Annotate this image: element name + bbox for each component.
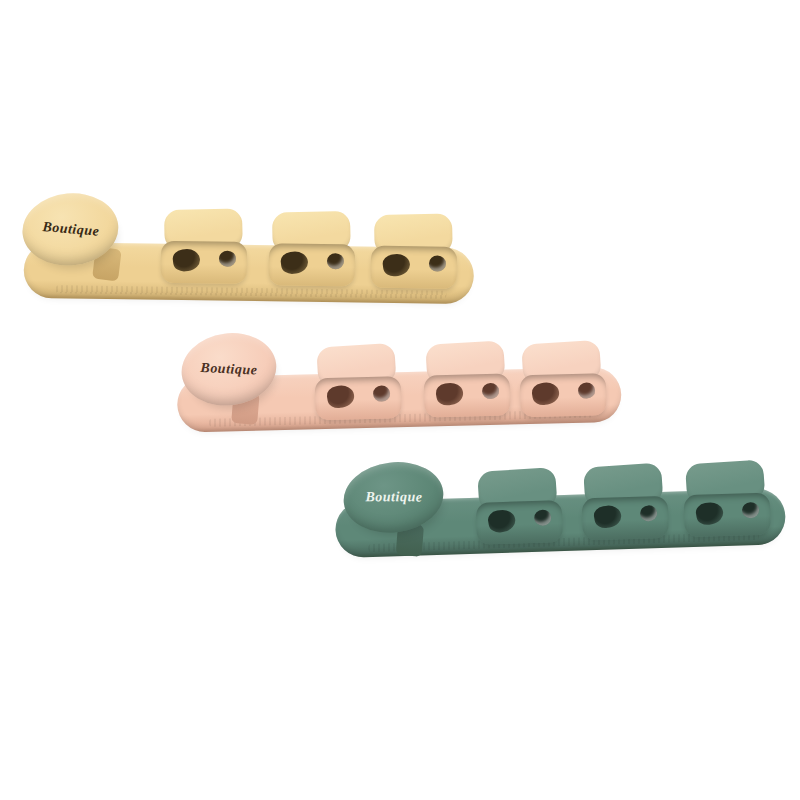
cable-hole <box>326 384 356 410</box>
clip-base <box>269 243 356 286</box>
cable-hole <box>534 509 551 526</box>
cable-clip <box>581 464 669 541</box>
clip-base <box>520 373 607 417</box>
brand-label: Boutique <box>41 219 99 240</box>
clip-base <box>315 376 402 420</box>
cable-hole <box>280 250 310 275</box>
clip-base <box>684 493 771 538</box>
cable-hole <box>694 500 724 526</box>
clip-base <box>476 500 563 545</box>
cable-hole <box>373 385 390 401</box>
clip-base <box>371 246 458 289</box>
cable-hole <box>429 255 446 271</box>
cable-hole <box>578 382 595 398</box>
cable-hole <box>435 381 465 407</box>
cable-clip <box>423 341 511 417</box>
cable-hole <box>742 502 759 519</box>
cable-hole <box>487 508 517 534</box>
cable-hole <box>327 253 344 269</box>
cable-clip <box>314 344 402 420</box>
cable-organizer-green: Boutique <box>328 436 800 586</box>
product-photo: Boutique Boutique <box>0 0 800 800</box>
cable-hole <box>382 252 412 277</box>
cable-hole <box>219 251 236 267</box>
cable-clip <box>269 211 356 286</box>
cable-clip <box>519 341 607 417</box>
cable-hole <box>482 383 499 399</box>
cable-hole <box>593 504 623 530</box>
cable-clip <box>371 214 458 289</box>
cable-clip <box>683 461 771 538</box>
cable-hole <box>531 381 561 407</box>
cable-organizer-pink: Boutique <box>170 316 643 462</box>
clip-base <box>161 241 248 284</box>
cable-hole <box>172 247 202 272</box>
clip-base <box>424 373 511 417</box>
cable-hole <box>640 505 657 522</box>
clip-base <box>582 496 669 541</box>
cable-clip <box>475 468 563 545</box>
brand-label: Boutique <box>365 489 422 505</box>
brand-label: Boutique <box>200 360 258 379</box>
cable-clip <box>161 209 248 284</box>
cable-organizer-yellow: Boutique <box>15 187 487 329</box>
